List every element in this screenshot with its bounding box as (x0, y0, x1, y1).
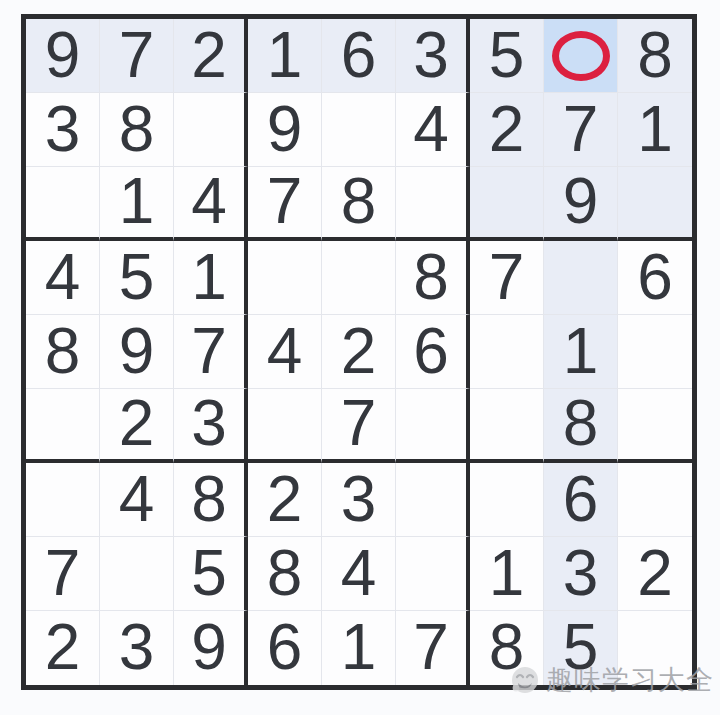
digit: 3 (119, 615, 155, 679)
cell-r6c3[interactable]: 3 (174, 389, 248, 463)
digit: 9 (119, 319, 155, 383)
digit: 6 (413, 319, 449, 383)
cell-r9c5[interactable]: 1 (322, 611, 396, 685)
cell-r1c4[interactable]: 1 (248, 19, 322, 93)
cell-r1c7[interactable]: 5 (470, 19, 544, 93)
cell-r4c5[interactable] (322, 241, 396, 315)
digit: 7 (119, 23, 155, 87)
cell-r2c3[interactable] (174, 93, 248, 167)
cell-r5c6[interactable]: 6 (396, 315, 470, 389)
digit: 4 (191, 169, 227, 233)
cell-r4c2[interactable]: 5 (100, 241, 174, 315)
cell-r8c8[interactable]: 3 (544, 537, 618, 611)
digit: 5 (191, 541, 227, 605)
digit: 3 (563, 541, 599, 605)
cell-r5c4[interactable]: 4 (248, 315, 322, 389)
digit: 7 (45, 541, 81, 605)
digit: 2 (119, 391, 155, 455)
digit: 5 (119, 245, 155, 309)
cell-r3c8[interactable]: 9 (544, 167, 618, 241)
digit: 1 (267, 23, 303, 87)
cell-r7c8[interactable]: 6 (544, 463, 618, 537)
digit: 8 (563, 391, 599, 455)
red-circle-marker (552, 31, 610, 81)
cell-r4c3[interactable]: 1 (174, 241, 248, 315)
digit: 3 (45, 97, 81, 161)
digit: 2 (637, 541, 673, 605)
cell-r5c1[interactable]: 8 (26, 315, 100, 389)
cell-r4c7[interactable]: 7 (470, 241, 544, 315)
cell-r2c5[interactable] (322, 93, 396, 167)
digit: 3 (341, 467, 377, 531)
digit: 6 (341, 23, 377, 87)
cell-r3c2[interactable]: 1 (100, 167, 174, 241)
cell-r4c1[interactable]: 4 (26, 241, 100, 315)
digit: 3 (191, 391, 227, 455)
cell-r5c2[interactable]: 9 (100, 315, 174, 389)
cell-r2c8[interactable]: 7 (544, 93, 618, 167)
cell-r2c7[interactable]: 2 (470, 93, 544, 167)
cell-r9c6[interactable]: 7 (396, 611, 470, 685)
cell-r8c1[interactable]: 7 (26, 537, 100, 611)
cell-r3c3[interactable]: 4 (174, 167, 248, 241)
cell-r1c1[interactable]: 9 (26, 19, 100, 93)
cell-r3c9[interactable] (618, 167, 692, 241)
digit: 8 (341, 169, 377, 233)
cell-r1c2[interactable]: 7 (100, 19, 174, 93)
digit: 8 (637, 23, 673, 87)
cell-r7c6[interactable] (396, 463, 470, 537)
cell-r7c5[interactable]: 3 (322, 463, 396, 537)
digit: 9 (267, 97, 303, 161)
cell-r9c1[interactable]: 2 (26, 611, 100, 685)
cell-r6c8[interactable]: 8 (544, 389, 618, 463)
cell-r8c4[interactable]: 8 (248, 537, 322, 611)
cell-r7c3[interactable]: 8 (174, 463, 248, 537)
cell-r8c6[interactable] (396, 537, 470, 611)
cell-r2c1[interactable]: 3 (26, 93, 100, 167)
cell-r1c9[interactable]: 8 (618, 19, 692, 93)
digit: 4 (341, 541, 377, 605)
cell-r3c1[interactable] (26, 167, 100, 241)
digit: 6 (267, 615, 303, 679)
watermark-text: 趣味学习大全 (546, 662, 714, 698)
digit: 9 (191, 615, 227, 679)
digit: 2 (45, 615, 81, 679)
digit: 9 (45, 23, 81, 87)
cell-r3c4[interactable]: 7 (248, 167, 322, 241)
digit: 9 (563, 169, 599, 233)
digit: 1 (341, 615, 377, 679)
digit: 7 (413, 615, 449, 679)
digit: 8 (45, 319, 81, 383)
digit: 1 (637, 97, 673, 161)
cell-r7c4[interactable]: 2 (248, 463, 322, 537)
digit: 3 (413, 23, 449, 87)
cell-r7c1[interactable] (26, 463, 100, 537)
cell-r8c7[interactable]: 1 (470, 537, 544, 611)
digit: 2 (267, 467, 303, 531)
cell-r6c1[interactable] (26, 389, 100, 463)
digit: 2 (341, 319, 377, 383)
cell-r6c7[interactable] (470, 389, 544, 463)
cell-r2c4[interactable]: 9 (248, 93, 322, 167)
cell-r5c8[interactable]: 1 (544, 315, 618, 389)
watermark: 趣味学习大全 (509, 662, 714, 698)
digit: 2 (489, 97, 525, 161)
digit: 7 (341, 391, 377, 455)
cell-r7c2[interactable]: 4 (100, 463, 174, 537)
digit: 7 (267, 169, 303, 233)
cell-r9c3[interactable]: 9 (174, 611, 248, 685)
cell-r7c9[interactable] (618, 463, 692, 537)
cell-r4c8[interactable] (544, 241, 618, 315)
digit: 1 (489, 541, 525, 605)
cell-r5c9[interactable] (618, 315, 692, 389)
cell-r3c5[interactable]: 8 (322, 167, 396, 241)
cell-r6c5[interactable]: 7 (322, 389, 396, 463)
digit: 1 (191, 245, 227, 309)
digit: 8 (267, 541, 303, 605)
digit: 7 (191, 319, 227, 383)
cell-r5c7[interactable] (470, 315, 544, 389)
cell-r6c4[interactable] (248, 389, 322, 463)
cell-r4c9[interactable]: 6 (618, 241, 692, 315)
digit: 4 (45, 245, 81, 309)
digit: 8 (191, 467, 227, 531)
sudoku-board: 9721635838942711478945187689742612378482… (21, 14, 697, 690)
digit: 1 (119, 169, 155, 233)
cell-r2c9[interactable]: 1 (618, 93, 692, 167)
digit: 6 (637, 245, 673, 309)
digit: 7 (563, 97, 599, 161)
cell-r1c6[interactable]: 3 (396, 19, 470, 93)
cell-r9c4[interactable]: 6 (248, 611, 322, 685)
cell-r8c5[interactable]: 4 (322, 537, 396, 611)
cell-r3c7[interactable] (470, 167, 544, 241)
digit: 2 (191, 23, 227, 87)
digit: 4 (413, 97, 449, 161)
cell-r3c6[interactable] (396, 167, 470, 241)
cell-r1c5[interactable]: 6 (322, 19, 396, 93)
cell-r6c2[interactable]: 2 (100, 389, 174, 463)
smiley-face-icon (509, 664, 541, 696)
cell-r4c4[interactable] (248, 241, 322, 315)
digit: 8 (119, 97, 155, 161)
cell-r2c2[interactable]: 8 (100, 93, 174, 167)
digit: 6 (563, 467, 599, 531)
digit: 1 (563, 319, 599, 383)
cell-r1c8[interactable] (544, 19, 618, 93)
cell-r8c2[interactable] (100, 537, 174, 611)
cell-r6c6[interactable] (396, 389, 470, 463)
cell-r8c3[interactable]: 5 (174, 537, 248, 611)
digit: 8 (413, 245, 449, 309)
cell-r5c3[interactable]: 7 (174, 315, 248, 389)
cell-r2c6[interactable]: 4 (396, 93, 470, 167)
cell-r9c2[interactable]: 3 (100, 611, 174, 685)
cell-r7c7[interactable] (470, 463, 544, 537)
digit: 4 (119, 467, 155, 531)
cell-r1c3[interactable]: 2 (174, 19, 248, 93)
cell-r5c5[interactable]: 2 (322, 315, 396, 389)
digit: 4 (267, 319, 303, 383)
digit: 5 (489, 23, 525, 87)
cell-r8c9[interactable]: 2 (618, 537, 692, 611)
cell-r4c6[interactable]: 8 (396, 241, 470, 315)
digit: 7 (489, 245, 525, 309)
cell-r6c9[interactable] (618, 389, 692, 463)
